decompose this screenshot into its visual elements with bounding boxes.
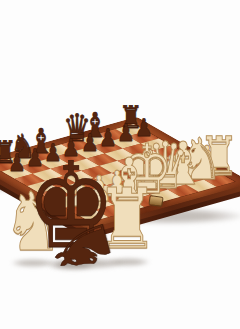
piece-dark-p-h7: ♟: [8, 151, 26, 175]
chess-set-photo: ♜♝♛♝♞♜♟♟♟♟♟♟♟♟♟♟♟♟♟♟♟♟♜♞♝♛♚♝♞♚♜♞: [0, 0, 240, 329]
